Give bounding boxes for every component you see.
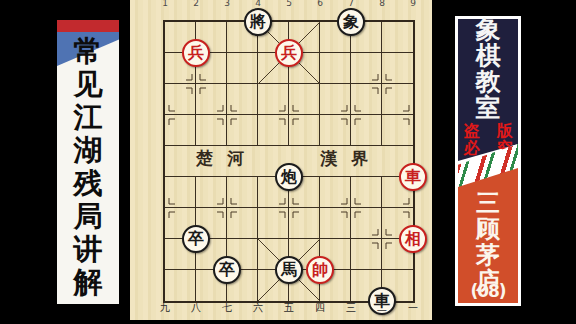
river-label-han: 漢界 — [320, 147, 382, 170]
channel-title-char: 教 — [455, 69, 521, 95]
channel-title: 象棋教室 — [455, 17, 521, 121]
channel-title-char: 室 — [455, 95, 521, 121]
board-cell — [227, 84, 258, 115]
file-label-bottom: 四 — [312, 302, 328, 314]
board-cell — [320, 53, 351, 84]
episode-title-char: 顾 — [458, 216, 518, 242]
file-label-top: 8 — [375, 0, 389, 8]
xiangqi-board: 123456789 楚河 漢界 將象兵兵炮車卒相卒馬帥車 九八七六五四三二一 — [130, 0, 432, 320]
piece-black-elephant: 象 — [337, 8, 365, 36]
piece-black-soldier: 卒 — [182, 225, 210, 253]
board-cell — [289, 84, 320, 115]
board-cell — [227, 177, 258, 208]
board-cell — [258, 84, 289, 115]
board-cell — [165, 115, 196, 146]
board-cell — [165, 270, 196, 301]
piece-black-horse: 馬 — [275, 256, 303, 284]
board-cell — [196, 115, 227, 146]
board-cell — [227, 208, 258, 239]
board-cell — [165, 146, 196, 177]
channel-title-char: 象 — [455, 17, 521, 43]
board-cell — [382, 53, 413, 84]
board-cell — [258, 115, 289, 146]
left-banner-char: 讲 — [57, 233, 119, 266]
piece-black-soldier: 卒 — [213, 256, 241, 284]
board-cell — [289, 208, 320, 239]
board-cell — [165, 177, 196, 208]
board-cell — [165, 84, 196, 115]
right-banner: 象棋教室 盗版必究 三顾茅庐 (08) — [455, 16, 521, 306]
left-banner-char: 见 — [57, 68, 119, 101]
file-label-bottom: 五 — [281, 302, 297, 314]
left-banner-char: 解 — [57, 266, 119, 299]
file-label-top: 3 — [220, 0, 234, 8]
file-label-top: 7 — [344, 0, 358, 8]
board-cell — [320, 115, 351, 146]
board-cell — [227, 53, 258, 84]
episode-title-char: 三 — [458, 190, 518, 216]
video-frame: 常见江湖残局讲解 123456789 楚河 漢界 將象兵兵炮車卒相卒馬帥車 九八… — [0, 0, 576, 324]
right-banner-orange-section: 三顾茅庐 (08) — [458, 168, 518, 303]
board-cell — [320, 177, 351, 208]
board-cell — [351, 177, 382, 208]
file-label-bottom: 九 — [157, 302, 173, 314]
piracy-warning-char: 版 — [488, 122, 521, 139]
board-cell — [196, 177, 227, 208]
file-label-bottom: 七 — [219, 302, 235, 314]
board-cell — [320, 84, 351, 115]
board-cell — [382, 115, 413, 146]
piracy-warning-char: 盗 — [455, 122, 488, 139]
piece-black-general: 將 — [244, 8, 272, 36]
piece-red-chariot: 車 — [399, 163, 427, 191]
file-label-top: 5 — [282, 0, 296, 8]
board-cell — [351, 115, 382, 146]
board-cell — [196, 84, 227, 115]
channel-title-char: 棋 — [455, 43, 521, 69]
board-cell — [227, 115, 258, 146]
file-label-bottom: 二 — [374, 302, 390, 314]
file-label-bottom: 六 — [250, 302, 266, 314]
board-cell — [351, 239, 382, 270]
episode-title: 三顾茅庐 — [458, 190, 518, 294]
left-banner-char: 江 — [57, 101, 119, 134]
board-cell — [351, 84, 382, 115]
left-banner-char: 湖 — [57, 134, 119, 167]
piece-red-soldier: 兵 — [275, 39, 303, 67]
piece-red-elephant: 相 — [399, 225, 427, 253]
left-banner-char: 常 — [57, 35, 119, 68]
left-banner-red-stripe — [57, 20, 119, 32]
file-label-bottom: 八 — [188, 302, 204, 314]
board-cell — [320, 208, 351, 239]
left-banner-char: 残 — [57, 167, 119, 200]
left-banner-char: 局 — [57, 200, 119, 233]
piece-red-soldier: 兵 — [182, 39, 210, 67]
board-cell — [258, 208, 289, 239]
piracy-warning-char: 必 — [455, 139, 488, 156]
episode-number: (08) — [458, 281, 518, 301]
file-label-top: 1 — [158, 0, 172, 8]
board-cell — [382, 22, 413, 53]
piece-red-general: 帥 — [306, 256, 334, 284]
board-cell — [351, 53, 382, 84]
piece-black-cannon: 炮 — [275, 163, 303, 191]
file-label-bottom: 一 — [405, 302, 421, 314]
board-cell — [351, 208, 382, 239]
left-banner-title: 常见江湖残局讲解 — [57, 35, 119, 299]
left-banner: 常见江湖残局讲解 — [57, 20, 119, 304]
file-label-top: 9 — [406, 0, 420, 8]
file-label-top: 6 — [313, 0, 327, 8]
file-label-bottom: 三 — [343, 302, 359, 314]
episode-title-char: 茅 — [458, 242, 518, 268]
river-label-chu: 楚河 — [196, 147, 258, 170]
file-label-top: 2 — [189, 0, 203, 8]
board-cell — [382, 84, 413, 115]
file-label-top: 4 — [251, 0, 265, 8]
board-cell — [289, 115, 320, 146]
